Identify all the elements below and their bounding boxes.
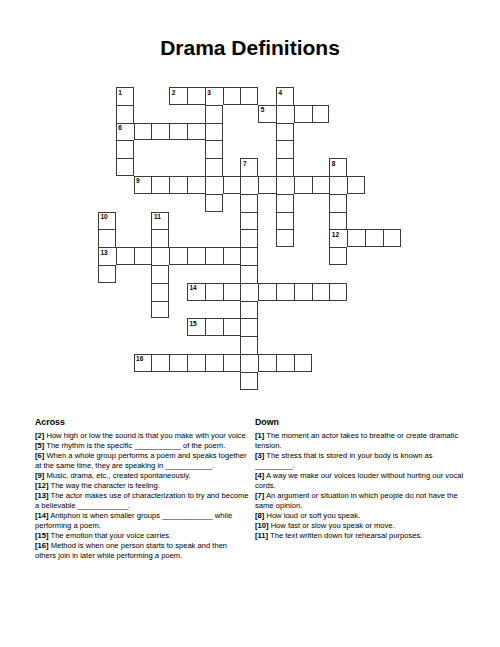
cell-number-5: 5 [261,106,265,113]
down-clue-7: [7] An argument or situation in which pe… [255,491,469,511]
grid-cell-r2c1[interactable]: 6 [116,123,134,141]
grid-cell-r7c10[interactable] [276,212,294,230]
grid-cell-r6c8[interactable] [240,194,258,212]
across-clue-14: [14] Antiphon is when smaller groups ___… [35,511,249,531]
grid-cell-r0c5[interactable] [187,87,205,105]
down-clue-11: [11] The text written down for rehearsal… [255,531,469,541]
grid-cell-r9c2[interactable] [134,247,152,265]
across-clue-5: [5] The rhythm is the specific _________… [35,441,249,451]
down-clues-list: [1] The moment an actor takes to breathe… [255,431,469,541]
grid-cell-r3c10[interactable] [276,140,294,158]
grid-cell-r0c6[interactable]: 3 [205,87,223,105]
grid-cell-r9c5[interactable] [187,247,205,265]
grid-cell-r7c0[interactable]: 10 [98,212,116,230]
grid-cell-r1c12[interactable] [312,105,330,123]
clue-number-label: [14] [35,511,49,520]
grid-cell-r15c11[interactable] [294,354,312,372]
grid-cell-r1c6[interactable] [205,105,223,123]
down-clues-section: Down [1] The moment an actor takes to br… [255,417,469,541]
down-clue-8: [8] How loud or soft you speak. [255,511,469,521]
cell-number-10: 10 [101,213,108,220]
grid-cell-r4c10[interactable] [276,158,294,176]
grid-cell-r1c9[interactable]: 5 [258,105,276,123]
grid-cell-r5c9[interactable] [258,176,276,194]
grid-cell-r15c9[interactable] [258,354,276,372]
page-title: Drama Definitions [0,36,500,60]
down-clue-4: [4] A way we make our voices louder with… [255,471,469,491]
grid-cell-r15c2[interactable]: 16 [134,354,152,372]
clue-number-label: [1] [255,431,264,440]
grid-cell-r11c5[interactable]: 14 [187,283,205,301]
grid-cell-r15c10[interactable] [276,354,294,372]
across-clue-6: [6] When a whole group performs a poem a… [35,451,249,471]
grid-cell-r15c6[interactable] [205,354,223,372]
grid-cell-r5c2[interactable]: 9 [134,176,152,194]
down-clue-10: [10] How fast or slow you speak or move. [255,521,469,531]
grid-cell-r15c8[interactable] [240,354,258,372]
grid-cell-r5c10[interactable] [276,176,294,194]
grid-cell-r11c7[interactable] [223,283,241,301]
cell-number-9: 9 [136,177,140,184]
grid-cell-r8c16[interactable] [383,229,401,247]
grid-cell-r9c0[interactable]: 13 [98,247,116,265]
grid-cell-r5c4[interactable] [169,176,187,194]
cell-number-12: 12 [332,231,339,238]
grid-cell-r4c8[interactable]: 7 [240,158,258,176]
across-clue-9: [9] Music, drama, etc., created spontane… [35,471,249,481]
grid-cell-r12c8[interactable] [240,301,258,319]
grid-cell-r8c10[interactable] [276,229,294,247]
grid-cell-r1c1[interactable] [116,105,134,123]
grid-cell-r5c13[interactable] [329,176,347,194]
grid-cell-r8c13[interactable]: 12 [329,229,347,247]
across-clue-2: [2] How high or low the sound is that yo… [35,431,249,441]
clue-number-label: [6] [35,451,44,460]
cell-number-13: 13 [101,249,108,256]
grid-cell-r2c4[interactable] [169,123,187,141]
down-clue-3: [3] The stress that is stored in your bo… [255,451,469,471]
grid-cell-r9c4[interactable] [169,247,187,265]
grid-cell-r6c13[interactable] [329,194,347,212]
grid-cell-r10c3[interactable] [151,265,169,283]
grid-cell-r11c12[interactable] [312,283,330,301]
across-clue-13: [13] The actor makes use of characteriza… [35,491,249,511]
grid-cell-r9c3[interactable] [151,247,169,265]
grid-cell-r9c8[interactable] [240,247,258,265]
clue-number-label: [15] [35,531,49,540]
clue-number-label: [10] [255,521,269,530]
cell-number-2: 2 [172,89,176,96]
cell-number-11: 11 [154,213,161,220]
grid-cell-r2c6[interactable] [205,123,223,141]
clue-number-label: [3] [255,451,264,460]
cell-number-7: 7 [243,160,247,167]
clue-number-label: [9] [35,471,44,480]
across-clue-15: [15] The emotion that your voice carries… [35,531,249,541]
grid-cell-r4c13[interactable]: 8 [329,158,347,176]
grid-cell-r0c7[interactable] [223,87,241,105]
grid-cell-r14c8[interactable] [240,336,258,354]
grid-cell-r11c6[interactable] [205,283,223,301]
grid-cell-r15c3[interactable] [151,354,169,372]
grid-cell-r9c7[interactable] [223,247,241,265]
across-clue-12: [12] The way the character is feeling. [35,481,249,491]
grid-cell-r8c3[interactable] [151,229,169,247]
grid-cell-r0c10[interactable]: 4 [276,87,294,105]
grid-cell-r7c8[interactable] [240,212,258,230]
grid-cell-r5c6[interactable] [205,176,223,194]
grid-cell-r10c0[interactable] [98,265,116,283]
grid-cell-r13c8[interactable] [240,318,258,336]
clue-number-label: [5] [35,441,44,450]
across-clues-list: [2] How high or low the sound is that yo… [35,431,249,561]
grid-cell-r15c7[interactable] [223,354,241,372]
down-clue-1: [1] The moment an actor takes to breathe… [255,431,469,451]
grid-cell-r9c1[interactable] [116,247,134,265]
grid-cell-r10c8[interactable] [240,265,258,283]
cell-number-15: 15 [189,320,196,327]
grid-cell-r11c8[interactable] [240,283,258,301]
grid-cell-r2c10[interactable] [276,123,294,141]
grid-cell-r3c6[interactable] [205,140,223,158]
grid-cell-r4c1[interactable] [116,158,134,176]
across-clues-section: Across [2] How high or low the sound is … [35,417,249,561]
grid-cell-r9c13[interactable] [329,247,347,265]
grid-cell-r1c10[interactable] [276,105,294,123]
grid-cell-r15c5[interactable] [187,354,205,372]
across-clue-16: [16] Method is when one person starts to… [35,541,249,561]
clue-number-label: [8] [255,511,264,520]
cell-number-16: 16 [136,355,143,362]
grid-cell-r2c2[interactable] [134,123,152,141]
cell-number-8: 8 [332,160,336,167]
grid-cell-r7c13[interactable] [329,212,347,230]
grid-cell-r7c3[interactable]: 11 [151,212,169,230]
cell-number-3: 3 [207,89,211,96]
clue-number-label: [11] [255,531,268,540]
grid-cell-r16c8[interactable] [240,372,258,390]
grid-cell-r9c6[interactable] [205,247,223,265]
cell-number-6: 6 [118,124,122,131]
clue-number-label: [12] [35,481,49,490]
grid-cell-r6c10[interactable] [276,194,294,212]
grid-cell-r0c1[interactable]: 1 [116,87,134,105]
grid-cell-r4c6[interactable] [205,158,223,176]
cell-number-4: 4 [278,89,282,96]
clue-number-label: [16] [35,541,49,550]
grid-cell-r1c11[interactable] [294,105,312,123]
grid-cell-r11c11[interactable] [294,283,312,301]
grid-cell-r11c10[interactable] [276,283,294,301]
grid-cell-r5c3[interactable] [151,176,169,194]
grid-cell-r13c6[interactable] [205,318,223,336]
grid-cell-r12c3[interactable] [151,301,169,319]
grid-cell-r0c8[interactable] [240,87,258,105]
grid-cell-r5c11[interactable] [294,176,312,194]
clue-number-label: [13] [35,491,49,500]
grid-cell-r3c1[interactable] [116,140,134,158]
grid-cell-r5c7[interactable] [223,176,241,194]
clue-number-label: [7] [255,491,264,500]
grid-cell-r5c14[interactable] [347,176,365,194]
grid-cell-r11c13[interactable] [329,283,347,301]
grid-cell-r0c4[interactable]: 2 [169,87,187,105]
cell-number-14: 14 [189,284,196,291]
down-heading: Down [255,417,469,427]
across-heading: Across [35,417,249,427]
grid-cell-r5c12[interactable] [312,176,330,194]
clue-number-label: [4] [255,471,264,480]
grid-cell-r5c5[interactable] [187,176,205,194]
grid-cell-r2c5[interactable] [187,123,205,141]
crossword-worksheet: Drama Definitions 1234567891011121314151… [0,0,500,647]
crossword-grid: 12345678910111213141516 [98,87,401,390]
grid-cell-r11c9[interactable] [258,283,276,301]
grid-cell-r13c7[interactable] [223,318,241,336]
grid-cell-r13c5[interactable]: 15 [187,318,205,336]
grid-cell-r8c0[interactable] [98,229,116,247]
grid-cell-r2c3[interactable] [151,123,169,141]
grid-cell-r8c8[interactable] [240,229,258,247]
grid-cell-r5c8[interactable] [240,176,258,194]
clue-number-label: [2] [35,431,44,440]
grid-cell-r8c15[interactable] [365,229,383,247]
grid-cell-r8c14[interactable] [347,229,365,247]
grid-cell-r11c3[interactable] [151,283,169,301]
cell-number-1: 1 [118,89,122,96]
grid-cell-r15c4[interactable] [169,354,187,372]
grid-cell-r6c6[interactable] [205,194,223,212]
